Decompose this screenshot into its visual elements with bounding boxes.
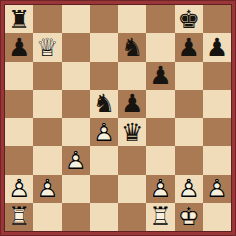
white-queen-outline: ♕ [33,33,61,61]
square-e5[interactable]: ♟ [118,90,146,118]
square-b1[interactable] [33,203,61,231]
black-knight-glyph: ♞ [118,33,146,61]
square-b7[interactable]: ♛♕ [33,33,61,61]
piece-white-rook[interactable]: ♜♖ [146,203,174,231]
white-rook-glyph: ♜ [146,203,174,231]
black-knight-glyph: ♞ [90,90,118,118]
black-pawn-glyph: ♟ [146,62,174,90]
white-pawn-outline: ♙ [146,175,174,203]
square-b8[interactable] [33,5,61,33]
square-f2[interactable]: ♟♙ [146,175,174,203]
piece-white-pawn[interactable]: ♟♙ [5,175,33,203]
chess-board: ♜♚♟♛♕♞♟♟♟♞♟♟♙♛♟♙♟♙♟♙♟♙♟♙♟♙♜♖♜♖♚♔ [5,5,231,231]
square-a1[interactable]: ♜♖ [5,203,33,231]
square-c2[interactable] [62,175,90,203]
square-a3[interactable] [5,146,33,174]
square-b5[interactable] [33,90,61,118]
square-h8[interactable] [203,5,231,33]
square-h4[interactable] [203,118,231,146]
piece-white-pawn[interactable]: ♟♙ [146,175,174,203]
piece-white-pawn[interactable]: ♟♙ [175,175,203,203]
square-g6[interactable] [175,62,203,90]
white-king-glyph: ♚ [175,203,203,231]
square-f5[interactable] [146,90,174,118]
square-c5[interactable] [62,90,90,118]
piece-white-pawn[interactable]: ♟♙ [62,146,90,174]
white-pawn-glyph: ♟ [203,175,231,203]
square-e7[interactable]: ♞ [118,33,146,61]
black-queen-glyph: ♛ [118,118,146,146]
square-d6[interactable] [90,62,118,90]
square-c7[interactable] [62,33,90,61]
piece-black-knight[interactable]: ♞ [90,90,118,118]
piece-black-pawn[interactable]: ♟ [146,62,174,90]
square-d1[interactable] [90,203,118,231]
square-f7[interactable] [146,33,174,61]
white-rook-outline: ♖ [146,203,174,231]
square-f8[interactable] [146,5,174,33]
square-d2[interactable] [90,175,118,203]
white-pawn-outline: ♙ [33,175,61,203]
square-e6[interactable] [118,62,146,90]
square-c1[interactable] [62,203,90,231]
square-h6[interactable] [203,62,231,90]
piece-white-queen[interactable]: ♛♕ [33,33,61,61]
white-rook-glyph: ♜ [5,203,33,231]
piece-black-king[interactable]: ♚ [175,5,203,33]
piece-white-king[interactable]: ♚♔ [175,203,203,231]
piece-white-rook[interactable]: ♜♖ [5,203,33,231]
square-g3[interactable] [175,146,203,174]
square-c6[interactable] [62,62,90,90]
square-g5[interactable] [175,90,203,118]
piece-black-pawn[interactable]: ♟ [118,90,146,118]
black-pawn-glyph: ♟ [118,90,146,118]
square-h5[interactable] [203,90,231,118]
square-e2[interactable] [118,175,146,203]
square-d4[interactable]: ♟♙ [90,118,118,146]
black-pawn-glyph: ♟ [5,33,33,61]
square-c4[interactable] [62,118,90,146]
square-d8[interactable] [90,5,118,33]
square-g7[interactable]: ♟ [175,33,203,61]
square-a8[interactable]: ♜ [5,5,33,33]
piece-black-queen[interactable]: ♛ [118,118,146,146]
white-pawn-outline: ♙ [90,118,118,146]
square-d3[interactable] [90,146,118,174]
square-f3[interactable] [146,146,174,174]
square-f4[interactable] [146,118,174,146]
square-a6[interactable] [5,62,33,90]
square-d7[interactable] [90,33,118,61]
square-f6[interactable]: ♟ [146,62,174,90]
square-g1[interactable]: ♚♔ [175,203,203,231]
white-pawn-outline: ♙ [203,175,231,203]
square-e3[interactable] [118,146,146,174]
white-pawn-outline: ♙ [62,146,90,174]
square-g2[interactable]: ♟♙ [175,175,203,203]
piece-white-pawn[interactable]: ♟♙ [203,175,231,203]
piece-black-pawn[interactable]: ♟ [5,33,33,61]
square-g8[interactable]: ♚ [175,5,203,33]
white-pawn-glyph: ♟ [62,146,90,174]
square-a5[interactable] [5,90,33,118]
white-king-outline: ♔ [175,203,203,231]
white-pawn-glyph: ♟ [90,118,118,146]
square-e1[interactable] [118,203,146,231]
piece-black-pawn[interactable]: ♟ [175,33,203,61]
square-a7[interactable]: ♟ [5,33,33,61]
square-b3[interactable] [33,146,61,174]
black-pawn-glyph: ♟ [175,33,203,61]
piece-black-pawn[interactable]: ♟ [203,33,231,61]
piece-black-knight[interactable]: ♞ [118,33,146,61]
square-b4[interactable] [33,118,61,146]
board-frame: ♜♚♟♛♕♞♟♟♟♞♟♟♙♛♟♙♟♙♟♙♟♙♟♙♟♙♜♖♜♖♚♔ [0,0,236,236]
white-pawn-outline: ♙ [5,175,33,203]
square-h2[interactable]: ♟♙ [203,175,231,203]
square-a4[interactable] [5,118,33,146]
square-h3[interactable] [203,146,231,174]
square-d5[interactable]: ♞ [90,90,118,118]
square-e4[interactable]: ♛ [118,118,146,146]
square-f1[interactable]: ♜♖ [146,203,174,231]
square-b6[interactable] [33,62,61,90]
square-h1[interactable] [203,203,231,231]
black-king-glyph: ♚ [175,5,203,33]
piece-black-rook[interactable]: ♜ [5,5,33,33]
square-b2[interactable]: ♟♙ [33,175,61,203]
white-pawn-glyph: ♟ [175,175,203,203]
black-rook-glyph: ♜ [5,5,33,33]
piece-white-pawn[interactable]: ♟♙ [90,118,118,146]
white-pawn-glyph: ♟ [146,175,174,203]
square-a2[interactable]: ♟♙ [5,175,33,203]
square-c8[interactable] [62,5,90,33]
square-c3[interactable]: ♟♙ [62,146,90,174]
square-e8[interactable] [118,5,146,33]
white-queen-glyph: ♛ [33,33,61,61]
white-pawn-glyph: ♟ [5,175,33,203]
white-pawn-outline: ♙ [175,175,203,203]
black-pawn-glyph: ♟ [203,33,231,61]
piece-white-pawn[interactable]: ♟♙ [33,175,61,203]
square-h7[interactable]: ♟ [203,33,231,61]
square-g4[interactable] [175,118,203,146]
white-rook-outline: ♖ [5,203,33,231]
white-pawn-glyph: ♟ [33,175,61,203]
